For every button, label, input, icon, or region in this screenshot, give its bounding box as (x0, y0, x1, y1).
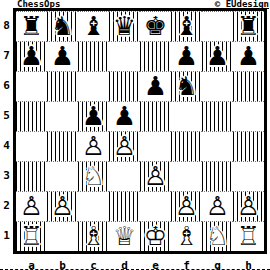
piece-white-pawn-f2[interactable]: ♟♙ (171, 192, 202, 221)
square-f2[interactable]: ♟♙ (171, 191, 202, 221)
pawn-outline-glyph: ♙ (140, 162, 171, 191)
square-b2[interactable]: ♟♙ (47, 191, 78, 221)
piece-white-pawn-c4[interactable]: ♟♙ (78, 132, 109, 161)
square-h5[interactable] (233, 101, 264, 131)
piece-black-bishop-f8[interactable]: ♝ (171, 12, 202, 41)
square-e6[interactable]: ♟ (140, 71, 171, 101)
piece-white-rook-h1[interactable]: ♜♖ (233, 222, 264, 251)
square-h4[interactable] (233, 131, 264, 161)
pawn-glyph: ♟ (47, 42, 78, 71)
rank-label-7: 7 (0, 41, 13, 71)
piece-black-bishop-c8[interactable]: ♝ (78, 12, 109, 41)
queen-outline-glyph: ♕ (109, 222, 140, 251)
rook-outline-glyph: ♖ (233, 222, 264, 251)
piece-black-pawn-f7[interactable]: ♟ (171, 42, 202, 71)
square-f4[interactable] (171, 131, 202, 161)
square-e3[interactable]: ♟♙ (140, 161, 171, 191)
square-d5[interactable]: ♟ (109, 101, 140, 131)
square-d6[interactable] (109, 71, 140, 101)
square-c5[interactable]: ♟ (78, 101, 109, 131)
piece-white-knight-g1[interactable]: ♞♘ (202, 222, 233, 251)
piece-black-pawn-g7[interactable]: ♟ (202, 42, 233, 71)
rook-glyph: ♜ (233, 12, 264, 41)
square-f5[interactable] (171, 101, 202, 131)
piece-white-pawn-e3[interactable]: ♟♙ (140, 162, 171, 191)
square-a1[interactable]: ♜♖ (16, 221, 47, 251)
square-h1[interactable]: ♜♖ (233, 221, 264, 251)
square-g7[interactable]: ♟ (202, 41, 233, 71)
knight-outline-glyph: ♘ (78, 162, 109, 191)
square-a4[interactable] (16, 131, 47, 161)
rank-label-3: 3 (0, 161, 13, 191)
piece-white-knight-c3[interactable]: ♞♘ (78, 162, 109, 191)
piece-black-knight-f6[interactable]: ♞ (171, 72, 202, 101)
rook-outline-glyph: ♖ (16, 222, 47, 251)
square-g4[interactable] (202, 131, 233, 161)
pawn-glyph: ♟ (78, 102, 109, 131)
square-b7[interactable]: ♟ (47, 41, 78, 71)
piece-white-pawn-d4[interactable]: ♟♙ (109, 132, 140, 161)
square-h8[interactable]: ♜ (233, 11, 264, 41)
piece-white-pawn-g2[interactable]: ♟♙ (202, 192, 233, 221)
square-c4[interactable]: ♟♙ (78, 131, 109, 161)
square-e2[interactable] (140, 191, 171, 221)
chess-board: ♜♞♝♛♚♝♜♟♟♟♟♟♟♞♟♟♟♙♟♙♞♘♟♙♟♙♟♙♟♙♟♙♟♙♜♖♝♗♛♕… (13, 8, 267, 254)
square-e5[interactable] (140, 101, 171, 131)
square-b6[interactable] (47, 71, 78, 101)
square-d1[interactable]: ♛♕ (109, 221, 140, 251)
pawn-glyph: ♟ (16, 42, 47, 71)
pawn-outline-glyph: ♙ (233, 192, 264, 221)
piece-black-rook-h8[interactable]: ♜ (233, 12, 264, 41)
piece-white-pawn-a2[interactable]: ♟♙ (16, 192, 47, 221)
rank-label-4: 4 (0, 131, 13, 161)
king-glyph: ♚ (140, 12, 171, 41)
pawn-glyph: ♟ (233, 42, 264, 71)
rank-label-8: 8 (0, 11, 13, 41)
square-b1[interactable] (47, 221, 78, 251)
piece-black-pawn-e6[interactable]: ♟ (140, 72, 171, 101)
piece-white-king-e1[interactable]: ♚♔ (140, 222, 171, 251)
piece-white-pawn-h2[interactable]: ♟♙ (233, 192, 264, 221)
piece-black-queen-d8[interactable]: ♛ (109, 12, 140, 41)
square-a6[interactable] (16, 71, 47, 101)
knight-glyph: ♞ (171, 72, 202, 101)
bishop-glyph: ♝ (78, 12, 109, 41)
square-b5[interactable] (47, 101, 78, 131)
pawn-outline-glyph: ♙ (202, 192, 233, 221)
square-a5[interactable] (16, 101, 47, 131)
square-e1[interactable]: ♚♔ (140, 221, 171, 251)
pawn-glyph: ♟ (140, 72, 171, 101)
square-f6[interactable]: ♞ (171, 71, 202, 101)
bishop-glyph: ♝ (171, 12, 202, 41)
rank-label-1: 1 (0, 221, 13, 251)
square-a3[interactable] (16, 161, 47, 191)
piece-black-rook-a8[interactable]: ♜ (16, 12, 47, 41)
piece-black-pawn-d5[interactable]: ♟ (109, 102, 140, 131)
piece-white-rook-a1[interactable]: ♜♖ (16, 222, 47, 251)
knight-outline-glyph: ♘ (202, 222, 233, 251)
square-c2[interactable] (78, 191, 109, 221)
square-f1[interactable]: ♝♗ (171, 221, 202, 251)
piece-black-knight-b8[interactable]: ♞ (47, 12, 78, 41)
square-g1[interactable]: ♞♘ (202, 221, 233, 251)
square-f7[interactable]: ♟ (171, 41, 202, 71)
king-outline-glyph: ♔ (140, 222, 171, 251)
knight-glyph: ♞ (47, 12, 78, 41)
pawn-outline-glyph: ♙ (109, 132, 140, 161)
bishop-outline-glyph: ♗ (78, 222, 109, 251)
square-h3[interactable] (233, 161, 264, 191)
square-e8[interactable]: ♚ (140, 11, 171, 41)
square-h6[interactable] (233, 71, 264, 101)
square-c3[interactable]: ♞♘ (78, 161, 109, 191)
pawn-outline-glyph: ♙ (16, 192, 47, 221)
square-g6[interactable] (202, 71, 233, 101)
square-f8[interactable]: ♝ (171, 11, 202, 41)
queen-glyph: ♛ (109, 12, 140, 41)
square-d8[interactable]: ♛ (109, 11, 140, 41)
bishop-outline-glyph: ♗ (171, 222, 202, 251)
square-c8[interactable]: ♝ (78, 11, 109, 41)
file-labels: abcdefgh (16, 254, 264, 268)
rank-label-5: 5 (0, 101, 13, 131)
piece-black-pawn-b7[interactable]: ♟ (47, 42, 78, 71)
pawn-outline-glyph: ♙ (47, 192, 78, 221)
pawn-glyph: ♟ (171, 42, 202, 71)
square-b8[interactable]: ♞ (47, 11, 78, 41)
square-a8[interactable]: ♜ (16, 11, 47, 41)
pawn-glyph: ♟ (109, 102, 140, 131)
piece-white-bishop-f1[interactable]: ♝♗ (171, 222, 202, 251)
rank-label-6: 6 (0, 71, 13, 101)
square-d7[interactable] (109, 41, 140, 71)
piece-black-pawn-a7[interactable]: ♟ (16, 42, 47, 71)
square-a2[interactable]: ♟♙ (16, 191, 47, 221)
square-f3[interactable] (171, 161, 202, 191)
square-g8[interactable] (202, 11, 233, 41)
pawn-outline-glyph: ♙ (78, 132, 109, 161)
square-g2[interactable]: ♟♙ (202, 191, 233, 221)
rank-label-2: 2 (0, 191, 13, 221)
square-g5[interactable] (202, 101, 233, 131)
square-h2[interactable]: ♟♙ (233, 191, 264, 221)
square-e7[interactable] (140, 41, 171, 71)
square-e4[interactable] (140, 131, 171, 161)
piece-white-bishop-c1[interactable]: ♝♗ (78, 222, 109, 251)
pawn-outline-glyph: ♙ (171, 192, 202, 221)
square-a7[interactable]: ♟ (16, 41, 47, 71)
square-c1[interactable]: ♝♗ (78, 221, 109, 251)
square-h7[interactable]: ♟ (233, 41, 264, 71)
square-b4[interactable] (47, 131, 78, 161)
square-d4[interactable]: ♟♙ (109, 131, 140, 161)
square-c6[interactable] (78, 71, 109, 101)
square-d2[interactable] (109, 191, 140, 221)
square-g3[interactable] (202, 161, 233, 191)
piece-black-pawn-c5[interactable]: ♟ (78, 102, 109, 131)
pawn-glyph: ♟ (202, 42, 233, 71)
piece-black-king-e8[interactable]: ♚ (140, 12, 171, 41)
piece-black-pawn-h7[interactable]: ♟ (233, 42, 264, 71)
piece-white-pawn-b2[interactable]: ♟♙ (47, 192, 78, 221)
square-c7[interactable] (78, 41, 109, 71)
rook-glyph: ♜ (16, 12, 47, 41)
piece-white-queen-d1[interactable]: ♛♕ (109, 222, 140, 251)
square-b3[interactable] (47, 161, 78, 191)
square-d3[interactable] (109, 161, 140, 191)
